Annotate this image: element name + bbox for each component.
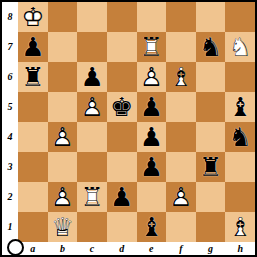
black-bishop: ♝: [225, 92, 255, 122]
file-label-c: c: [77, 242, 107, 255]
square-g2[interactable]: [196, 182, 226, 212]
square-h2[interactable]: [225, 182, 255, 212]
white-pawn: ♟♙: [77, 92, 107, 122]
white-pawn: ♟♙: [48, 122, 78, 152]
square-a5[interactable]: [18, 92, 48, 122]
black-pawn: ♟: [107, 182, 137, 212]
black-rook: ♜: [18, 62, 48, 92]
square-d6[interactable]: [107, 62, 137, 92]
black-pawn: ♟: [137, 152, 167, 182]
black-pawn: ♟: [137, 122, 167, 152]
square-e6[interactable]: ♟♙: [137, 62, 167, 92]
chess-diagram: 8♚♔7♟♜♖♞♞♘6♜♟♟♙♝♗5♟♙♚♟♝4♟♙♟♞3♟♜2♟♙♜♖♟♟♙1…: [0, 0, 257, 257]
square-e7[interactable]: ♜♖: [137, 32, 167, 62]
white-bishop: ♝♗: [166, 62, 196, 92]
square-e2[interactable]: [137, 182, 167, 212]
square-d8[interactable]: [107, 2, 137, 32]
square-a1[interactable]: [18, 212, 48, 242]
square-b4[interactable]: ♟♙: [48, 122, 78, 152]
white-bishop: ♝♗: [225, 212, 255, 242]
square-c7[interactable]: [77, 32, 107, 62]
black-knight: ♞: [196, 32, 226, 62]
square-e4[interactable]: ♟: [137, 122, 167, 152]
white-pawn: ♟♙: [166, 182, 196, 212]
square-d1[interactable]: [107, 212, 137, 242]
square-c8[interactable]: [77, 2, 107, 32]
square-f2[interactable]: ♟♙: [166, 182, 196, 212]
square-c6[interactable]: ♟: [77, 62, 107, 92]
square-e3[interactable]: ♟: [137, 152, 167, 182]
square-b5[interactable]: [48, 92, 78, 122]
square-c3[interactable]: [77, 152, 107, 182]
square-a4[interactable]: [18, 122, 48, 152]
black-rook: ♜: [196, 152, 226, 182]
square-f4[interactable]: [166, 122, 196, 152]
square-c1[interactable]: [77, 212, 107, 242]
square-g1[interactable]: [196, 212, 226, 242]
black-king: ♚: [107, 92, 137, 122]
white-pawn: ♟♙: [48, 182, 78, 212]
file-label-b: b: [48, 242, 78, 255]
square-b8[interactable]: [48, 2, 78, 32]
square-b1[interactable]: ♛♕: [48, 212, 78, 242]
chess-board: 8♚♔7♟♜♖♞♞♘6♜♟♟♙♝♗5♟♙♚♟♝4♟♙♟♞3♟♜2♟♙♜♖♟♟♙1…: [2, 2, 255, 255]
square-g7[interactable]: ♞: [196, 32, 226, 62]
square-f1[interactable]: [166, 212, 196, 242]
black-pawn: ♟: [77, 62, 107, 92]
rank-label-3: 3: [2, 152, 18, 182]
black-knight: ♞: [225, 122, 255, 152]
square-g3[interactable]: ♜: [196, 152, 226, 182]
square-h4[interactable]: ♞: [225, 122, 255, 152]
square-f7[interactable]: [166, 32, 196, 62]
square-e8[interactable]: [137, 2, 167, 32]
square-g6[interactable]: [196, 62, 226, 92]
square-c5[interactable]: ♟♙: [77, 92, 107, 122]
square-h6[interactable]: [225, 62, 255, 92]
square-h8[interactable]: [225, 2, 255, 32]
black-pawn: ♟: [18, 32, 48, 62]
square-d5[interactable]: ♚: [107, 92, 137, 122]
square-f5[interactable]: [166, 92, 196, 122]
square-c4[interactable]: [77, 122, 107, 152]
square-b3[interactable]: [48, 152, 78, 182]
rank-label-6: 6: [2, 62, 18, 92]
square-b7[interactable]: [48, 32, 78, 62]
square-h1[interactable]: ♝♗: [225, 212, 255, 242]
square-g8[interactable]: [196, 2, 226, 32]
black-pawn: ♟: [137, 92, 167, 122]
square-h5[interactable]: ♝: [225, 92, 255, 122]
rank-label-1: 1: [2, 212, 18, 242]
file-label-e: e: [137, 242, 167, 255]
square-g5[interactable]: [196, 92, 226, 122]
rank-label-7: 7: [2, 32, 18, 62]
square-a3[interactable]: [18, 152, 48, 182]
rank-label-4: 4: [2, 122, 18, 152]
square-d4[interactable]: [107, 122, 137, 152]
square-a2[interactable]: [18, 182, 48, 212]
file-label-f: f: [166, 242, 196, 255]
square-e1[interactable]: ♝: [137, 212, 167, 242]
file-label-h: h: [225, 242, 255, 255]
white-queen: ♛♕: [48, 212, 78, 242]
rank-label-8: 8: [2, 2, 18, 32]
white-rook: ♜♖: [77, 182, 107, 212]
white-rook: ♜♖: [137, 32, 167, 62]
square-f8[interactable]: [166, 2, 196, 32]
square-a7[interactable]: ♟: [18, 32, 48, 62]
square-c2[interactable]: ♜♖: [77, 182, 107, 212]
square-a8[interactable]: ♚♔: [18, 2, 48, 32]
white-king: ♚♔: [18, 2, 48, 32]
square-f3[interactable]: [166, 152, 196, 182]
square-g4[interactable]: [196, 122, 226, 152]
square-d3[interactable]: [107, 152, 137, 182]
file-label-d: d: [107, 242, 137, 255]
square-b2[interactable]: ♟♙: [48, 182, 78, 212]
square-h7[interactable]: ♞♘: [225, 32, 255, 62]
square-d7[interactable]: [107, 32, 137, 62]
square-b6[interactable]: [48, 62, 78, 92]
rank-label-5: 5: [2, 92, 18, 122]
rank-label-2: 2: [2, 182, 18, 212]
square-d2[interactable]: ♟: [107, 182, 137, 212]
white-knight: ♞♘: [225, 32, 255, 62]
square-h3[interactable]: [225, 152, 255, 182]
black-bishop: ♝: [137, 212, 167, 242]
white-pawn: ♟♙: [137, 62, 167, 92]
square-e5[interactable]: ♟: [137, 92, 167, 122]
side-to-move-indicator: [7, 239, 24, 256]
square-a6[interactable]: ♜: [18, 62, 48, 92]
square-f6[interactable]: ♝♗: [166, 62, 196, 92]
file-label-g: g: [196, 242, 226, 255]
